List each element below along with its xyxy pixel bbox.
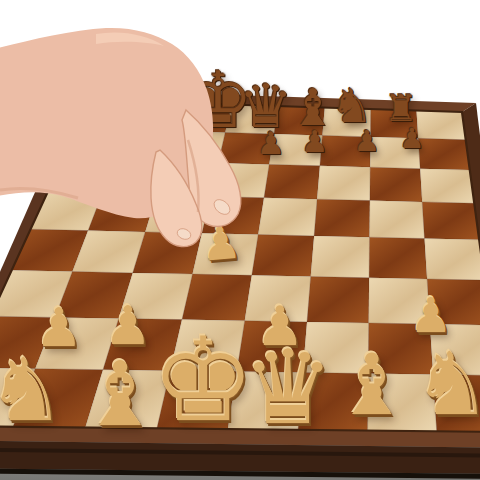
piece-white-king-d1[interactable]: ♚ [151, 323, 255, 439]
square-e6[interactable] [264, 164, 320, 199]
piece-white-bishop-f1[interactable]: ♝ [334, 343, 410, 427]
square-e4[interactable] [252, 235, 314, 277]
square-h6[interactable] [420, 169, 474, 204]
square-f5[interactable] [314, 199, 370, 237]
piece-white-pawn-g3[interactable]: ♟ [410, 292, 453, 340]
square-h4[interactable] [425, 239, 480, 281]
square-f4[interactable] [311, 236, 370, 278]
piece-white-pawn-d4[interactable]: ♟ [199, 220, 243, 268]
piece-white-knight-b1[interactable]: ♞ [0, 347, 65, 434]
square-g5[interactable] [370, 201, 425, 239]
piece-white-queen-e1[interactable]: ♛ [242, 337, 334, 439]
square-f3[interactable] [307, 277, 369, 323]
piece-white-knight-g1[interactable]: ♞ [413, 341, 480, 428]
square-h5[interactable] [422, 202, 479, 240]
piece-black-pawn-e7[interactable]: ♟ [302, 127, 329, 157]
square-d6[interactable] [211, 163, 270, 198]
piece-black-knight-f8[interactable]: ♞ [331, 83, 373, 130]
square-h7[interactable] [418, 138, 470, 170]
piece-white-bishop-c1[interactable]: ♝ [80, 350, 160, 439]
piece-black-pawn-f7[interactable]: ♟ [354, 127, 380, 156]
square-g6[interactable] [370, 167, 422, 202]
square-c6[interactable] [157, 162, 219, 197]
square-f6[interactable] [317, 166, 370, 201]
piece-black-pawn-d7[interactable]: ♟ [257, 128, 285, 159]
chess-photo-stage: ♚♛♝♞♜♟♟♟♟♟♟♟♟♞♝♚♛♝♞♟ [0, 0, 480, 480]
piece-black-pawn-g7[interactable]: ♟ [400, 125, 425, 153]
square-e5[interactable] [258, 198, 317, 236]
square-g4[interactable] [369, 237, 427, 279]
square-c4[interactable] [133, 232, 202, 274]
